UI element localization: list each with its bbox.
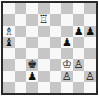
square-e5[interactable] — [50, 37, 62, 48]
square-g5[interactable] — [73, 37, 85, 48]
white-rook-icon: ♖ — [39, 14, 49, 25]
white-pawn-icon: ♙ — [62, 71, 72, 82]
square-g8[interactable] — [73, 3, 85, 14]
square-h4[interactable] — [84, 48, 96, 59]
square-g6[interactable]: ♟ — [73, 26, 85, 37]
square-c5[interactable] — [26, 37, 38, 48]
square-a8[interactable] — [3, 3, 15, 14]
square-e4[interactable] — [50, 48, 62, 59]
square-c2[interactable]: ♟ — [26, 71, 38, 82]
square-f6[interactable] — [61, 26, 73, 37]
square-g7[interactable] — [73, 14, 85, 25]
square-e6[interactable] — [50, 26, 62, 37]
square-g1[interactable] — [73, 82, 85, 93]
white-king-icon: ♔ — [62, 59, 72, 70]
square-b6[interactable] — [15, 26, 27, 37]
square-f4[interactable] — [61, 48, 73, 59]
square-d2[interactable] — [38, 71, 50, 82]
square-c8[interactable] — [26, 3, 38, 14]
square-d6[interactable] — [38, 26, 50, 37]
square-c1[interactable] — [26, 82, 38, 93]
square-e2[interactable] — [50, 71, 62, 82]
square-c3[interactable]: ♚ — [26, 59, 38, 70]
square-f5[interactable]: ♟ — [61, 37, 73, 48]
square-h6[interactable]: ♟ — [84, 26, 96, 37]
square-g2[interactable] — [73, 71, 85, 82]
square-h8[interactable] — [84, 3, 96, 14]
square-b8[interactable] — [15, 3, 27, 14]
square-f8[interactable] — [61, 3, 73, 14]
square-e3[interactable] — [50, 59, 62, 70]
square-d8[interactable] — [38, 3, 50, 14]
square-f2[interactable]: ♙ — [61, 71, 73, 82]
square-b4[interactable] — [15, 48, 27, 59]
white-pawn-icon: ♙ — [85, 71, 95, 82]
square-d5[interactable] — [38, 37, 50, 48]
square-c4[interactable] — [26, 48, 38, 59]
square-h1[interactable] — [84, 82, 96, 93]
square-a2[interactable] — [3, 71, 15, 82]
square-b5[interactable] — [15, 37, 27, 48]
square-d1[interactable] — [38, 82, 50, 93]
black-bishop-icon: ♝ — [4, 37, 14, 48]
square-f7[interactable] — [61, 14, 73, 25]
square-d7[interactable]: ♖ — [38, 14, 50, 25]
square-h7[interactable] — [84, 14, 96, 25]
square-a1[interactable] — [3, 82, 15, 93]
square-h3[interactable] — [84, 59, 96, 70]
square-b2[interactable] — [15, 71, 27, 82]
square-f3[interactable]: ♔ — [61, 59, 73, 70]
square-e8[interactable] — [50, 3, 62, 14]
square-f1[interactable] — [61, 82, 73, 93]
square-a4[interactable] — [3, 48, 15, 59]
square-g3[interactable]: ♙ — [73, 59, 85, 70]
black-pawn-icon: ♟ — [62, 37, 72, 48]
square-h2[interactable]: ♙ — [84, 71, 96, 82]
square-g4[interactable] — [73, 48, 85, 59]
white-bishop-icon: ♗ — [4, 26, 14, 37]
square-d4[interactable] — [38, 48, 50, 59]
square-c6[interactable] — [26, 26, 38, 37]
square-e7[interactable] — [50, 14, 62, 25]
chess-board: ♖♗♟♟♝♟♚♔♙♟♙♙ — [3, 3, 96, 93]
square-a6[interactable]: ♗ — [3, 26, 15, 37]
square-a7[interactable] — [3, 14, 15, 25]
square-b3[interactable] — [15, 59, 27, 70]
white-pawn-icon: ♙ — [74, 59, 84, 70]
square-h5[interactable] — [84, 37, 96, 48]
square-c7[interactable] — [26, 14, 38, 25]
black-pawn-icon: ♟ — [74, 26, 84, 37]
black-king-icon: ♚ — [27, 59, 37, 70]
square-a5[interactable]: ♝ — [3, 37, 15, 48]
black-pawn-icon: ♟ — [85, 26, 95, 37]
black-pawn-icon: ♟ — [27, 71, 37, 82]
square-b7[interactable] — [15, 14, 27, 25]
square-d3[interactable] — [38, 59, 50, 70]
square-b1[interactable] — [15, 82, 27, 93]
square-e1[interactable] — [50, 82, 62, 93]
square-a3[interactable] — [3, 59, 15, 70]
chess-board-frame: ♖♗♟♟♝♟♚♔♙♟♙♙ — [1, 1, 98, 95]
